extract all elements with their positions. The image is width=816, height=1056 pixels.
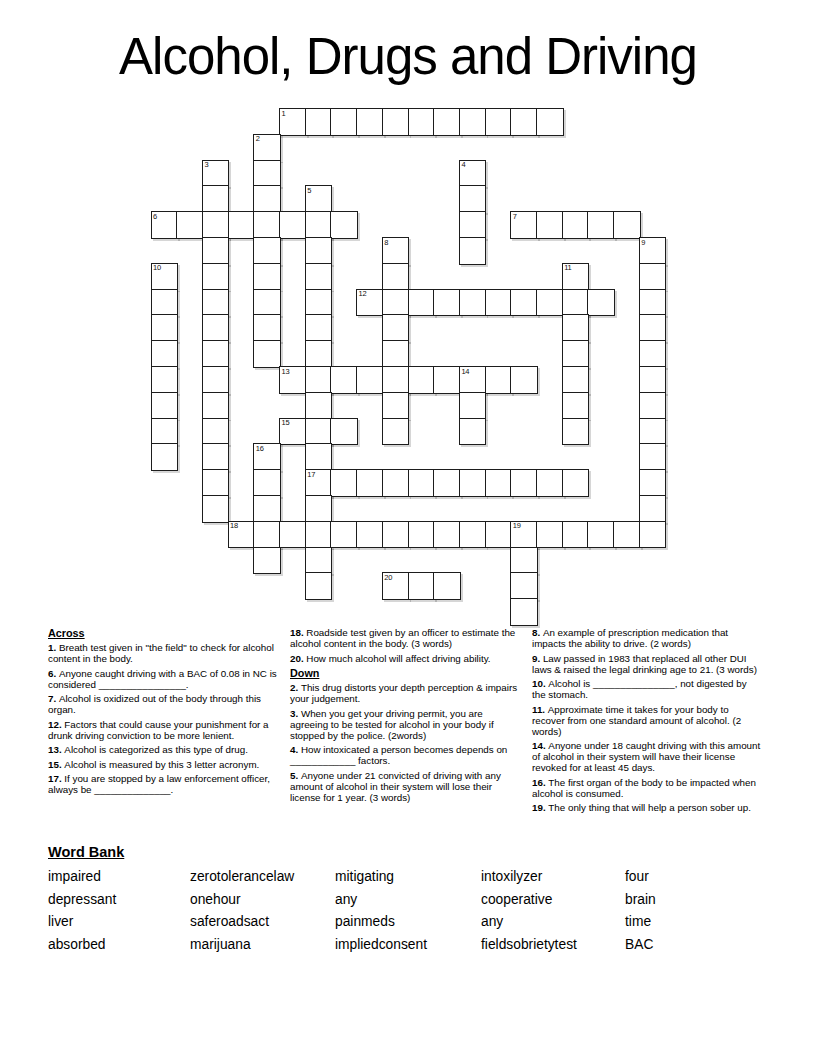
grid-cell-r16c4[interactable] (253, 521, 281, 549)
grid-cell-r6c6[interactable] (305, 263, 333, 291)
clue-10: 10. Alcohol is _______________, not dige… (532, 678, 762, 700)
grid-cell-r16c9[interactable] (382, 521, 410, 549)
crossword-page: Alcohol, Drugs and Driving 1234567891011… (0, 0, 816, 1056)
grid-cell-r16c19[interactable] (639, 521, 667, 549)
cell-number-6: 6 (153, 213, 157, 221)
cell-number-10: 10 (153, 264, 161, 272)
grid-cell-r15c4[interactable] (253, 495, 281, 523)
grid-cell-r18c11[interactable] (433, 572, 461, 600)
grid-cell-r7c12[interactable] (459, 289, 487, 317)
cell-number-11: 11 (564, 264, 571, 272)
grid-cell-r16c18[interactable] (613, 521, 641, 549)
word-bank-item-r3c1: marijuana (190, 936, 335, 953)
grid-cell-r13c0[interactable] (151, 443, 179, 471)
grid-cell-r10c6[interactable] (305, 366, 333, 394)
word-bank: Word Bank impairedzerotolerancelawmitiga… (48, 844, 735, 953)
clue-12: 12. Factors that could cause your punish… (48, 719, 286, 741)
grid-cell-r10c14[interactable] (510, 366, 538, 394)
grid-cell-r0c7[interactable] (330, 108, 358, 136)
grid-cell-r0c5[interactable]: 1 (279, 108, 307, 136)
grid-cell-r13c4[interactable]: 16 (253, 443, 281, 471)
cell-number-1: 1 (282, 110, 286, 118)
grid-cell-r16c14[interactable]: 19 (510, 521, 538, 549)
cell-number-3: 3 (204, 161, 208, 169)
clue-9: 9. Law passed in 1983 that replaced all … (532, 653, 762, 675)
clue-column-3: 8. An example of prescription medication… (532, 627, 762, 817)
grid-cell-r10c7[interactable] (330, 366, 358, 394)
grid-cell-r4c2[interactable] (202, 211, 230, 239)
puzzle-title: Alcohol, Drugs and Driving (0, 28, 816, 87)
cell-number-14: 14 (461, 368, 469, 376)
down-clue-list-continued: 8. An example of prescription medication… (532, 627, 762, 813)
grid-cell-r11c16[interactable] (562, 392, 590, 420)
grid-cell-r11c19[interactable] (639, 392, 667, 420)
word-bank-grid: impairedzerotolerancelawmitigatingintoxi… (48, 868, 735, 953)
grid-cell-r18c14[interactable] (510, 572, 538, 600)
grid-cell-r2c2[interactable]: 3 (202, 160, 230, 188)
cell-number-16: 16 (256, 445, 264, 453)
word-bank-header: Word Bank (48, 844, 735, 860)
grid-cell-r8c16[interactable] (562, 314, 590, 342)
grid-cell-r16c7[interactable] (330, 521, 358, 549)
clue-18: 18. Roadside test given by an officer to… (290, 627, 523, 649)
clue-6: 6. Anyone caught driving with a BAC of 0… (48, 668, 286, 690)
grid-cell-r2c12[interactable]: 4 (459, 160, 487, 188)
grid-cell-r16c5[interactable] (279, 521, 307, 549)
grid-cell-r16c12[interactable] (459, 521, 487, 549)
grid-cell-r0c13[interactable] (485, 108, 513, 136)
grid-cell-r7c10[interactable] (408, 289, 436, 317)
grid-cell-r6c9[interactable] (382, 263, 410, 291)
grid-cell-r10c9[interactable] (382, 366, 410, 394)
clue-2: 2. This drug distorts your depth percept… (290, 682, 523, 704)
grid-cell-r10c19[interactable] (639, 366, 667, 394)
grid-cell-r4c12[interactable] (459, 211, 487, 239)
cell-number-2: 2 (256, 135, 260, 143)
clue-19: 19. The only thing that will help a pers… (532, 802, 762, 813)
grid-cell-r14c15[interactable] (536, 469, 564, 497)
cell-number-13: 13 (282, 368, 290, 376)
grid-cell-r8c9[interactable] (382, 314, 410, 342)
grid-cell-r1c4[interactable]: 2 (253, 134, 281, 162)
grid-cell-r12c0[interactable] (151, 418, 179, 446)
grid-cell-r6c16[interactable]: 11 (562, 263, 590, 291)
word-bank-item-r3c4: BAC (625, 936, 735, 953)
grid-cell-r4c3[interactable] (228, 211, 256, 239)
grid-cell-r16c3[interactable]: 18 (228, 521, 256, 549)
grid-cell-r7c13[interactable] (485, 289, 513, 317)
grid-cell-r11c9[interactable] (382, 392, 410, 420)
grid-cell-r3c4[interactable] (253, 185, 281, 213)
grid-cell-r0c8[interactable] (356, 108, 384, 136)
cell-number-12: 12 (359, 290, 367, 298)
cell-number-18: 18 (230, 522, 238, 530)
clue-13: 13. Alcohol is categorized as this type … (48, 744, 286, 755)
cell-number-5: 5 (307, 187, 311, 195)
cell-number-4: 4 (461, 161, 465, 169)
word-bank-item-r2c3: any (481, 913, 625, 930)
down-header: Down (290, 667, 523, 679)
grid-cell-r16c16[interactable] (562, 521, 590, 549)
clue-20: 20. How much alcohol will affect driving… (290, 653, 523, 664)
grid-cell-r13c6[interactable] (305, 443, 333, 471)
grid-cell-r14c13[interactable] (485, 469, 513, 497)
grid-cell-r0c12[interactable] (459, 108, 487, 136)
grid-cell-r9c9[interactable] (382, 340, 410, 368)
grid-cell-r10c12[interactable]: 14 (459, 366, 487, 394)
clue-1: 1. Breath test given in "the field" to c… (48, 642, 286, 664)
word-bank-item-r0c0: impaired (48, 868, 190, 885)
clue-15: 15. Alcohol is measured by this 3 letter… (48, 759, 286, 770)
grid-cell-r17c6[interactable] (305, 547, 333, 575)
clue-column-1: Across 1. Breath test given in "the fiel… (48, 627, 286, 799)
word-bank-item-r2c2: painmeds (335, 913, 481, 930)
grid-cell-r11c0[interactable] (151, 392, 179, 420)
grid-cell-r7c14[interactable] (510, 289, 538, 317)
grid-cell-r15c19[interactable] (639, 495, 667, 523)
grid-cell-r4c16[interactable] (562, 211, 590, 239)
clue-14: 14. Anyone under 18 caught driving with … (532, 740, 762, 773)
grid-cell-r9c19[interactable] (639, 340, 667, 368)
grid-cell-r9c16[interactable] (562, 340, 590, 368)
grid-cell-r5c12[interactable] (459, 237, 487, 265)
grid-cell-r18c6[interactable] (305, 572, 333, 600)
grid-cell-r16c13[interactable] (485, 521, 513, 549)
grid-cell-r6c0[interactable]: 10 (151, 263, 179, 291)
grid-cell-r4c5[interactable] (279, 211, 307, 239)
word-bank-item-r1c3: cooperative (481, 891, 625, 908)
grid-cell-r18c10[interactable] (408, 572, 436, 600)
down-clue-list: 2. This drug distorts your depth percept… (290, 682, 523, 803)
grid-cell-r14c12[interactable] (459, 469, 487, 497)
grid-cell-r4c4[interactable] (253, 211, 281, 239)
grid-cell-r12c6[interactable] (305, 418, 333, 446)
across-clue-list: 1. Breath test given in "the field" to c… (48, 642, 286, 795)
grid-cell-r2c4[interactable] (253, 160, 281, 188)
clue-5: 5. Anyone under 21 convicted of driving … (290, 770, 523, 803)
grid-cell-r4c17[interactable] (587, 211, 615, 239)
across-clue-list-continued: 18. Roadside test given by an officer to… (290, 627, 523, 664)
grid-cell-r7c2[interactable] (202, 289, 230, 317)
grid-cell-r12c16[interactable] (562, 418, 590, 446)
grid-cell-r7c17[interactable] (587, 289, 615, 317)
grid-cell-r12c19[interactable] (639, 418, 667, 446)
grid-cell-r0c9[interactable] (382, 108, 410, 136)
grid-cell-r12c5[interactable]: 15 (279, 418, 307, 446)
grid-cell-r10c5[interactable]: 13 (279, 366, 307, 394)
grid-cell-r10c0[interactable] (151, 366, 179, 394)
grid-cell-r6c19[interactable] (639, 263, 667, 291)
grid-cell-r4c18[interactable] (613, 211, 641, 239)
grid-cell-r4c7[interactable] (330, 211, 358, 239)
grid-cell-r3c2[interactable] (202, 185, 230, 213)
grid-cell-r0c6[interactable] (305, 108, 333, 136)
grid-cell-r14c9[interactable] (382, 469, 410, 497)
grid-cell-r14c4[interactable] (253, 469, 281, 497)
grid-cell-r11c12[interactable] (459, 392, 487, 420)
cell-number-19: 19 (513, 522, 521, 530)
grid-cell-r0c10[interactable] (408, 108, 436, 136)
word-bank-item-r1c0: depressant (48, 891, 190, 908)
grid-cell-r9c6[interactable] (305, 340, 333, 368)
grid-cell-r7c8[interactable]: 12 (356, 289, 384, 317)
grid-cell-r14c8[interactable] (356, 469, 384, 497)
clue-8: 8. An example of prescription medication… (532, 627, 762, 649)
grid-cell-r16c8[interactable] (356, 521, 384, 549)
cell-number-7: 7 (513, 213, 517, 221)
grid-cell-r7c6[interactable] (305, 289, 333, 317)
word-bank-item-r3c3: fieldsobrietytest (481, 936, 625, 953)
grid-cell-r12c9[interactable] (382, 418, 410, 446)
word-bank-item-r2c4: time (625, 913, 735, 930)
clue-17: 17. If you are stopped by a law enforcem… (48, 773, 286, 795)
grid-cell-r0c15[interactable] (536, 108, 564, 136)
grid-cell-r7c15[interactable] (536, 289, 564, 317)
grid-cell-r14c14[interactable] (510, 469, 538, 497)
grid-cell-r0c14[interactable] (510, 108, 538, 136)
grid-cell-r3c6[interactable]: 5 (305, 185, 333, 213)
grid-cell-r16c6[interactable] (305, 521, 333, 549)
grid-cell-r14c6[interactable]: 17 (305, 469, 333, 497)
grid-cell-r8c0[interactable] (151, 314, 179, 342)
grid-cell-r6c2[interactable] (202, 263, 230, 291)
grid-cell-r4c14[interactable]: 7 (510, 211, 538, 239)
grid-cell-r5c19[interactable]: 9 (639, 237, 667, 265)
word-bank-item-r0c3: intoxilyzer (481, 868, 625, 885)
clue-4: 4. How intoxicated a person becomes depe… (290, 744, 523, 766)
grid-cell-r8c4[interactable] (253, 314, 281, 342)
grid-cell-r16c15[interactable] (536, 521, 564, 549)
clue-11: 11. Approximate time it takes for your b… (532, 704, 762, 737)
grid-cell-r19c14[interactable] (510, 598, 538, 626)
grid-cell-r10c2[interactable] (202, 366, 230, 394)
word-bank-item-r3c2: impliedconsent (335, 936, 481, 953)
grid-cell-r4c6[interactable] (305, 211, 333, 239)
clue-7: 7. Alcohol is oxidized out of the body t… (48, 693, 286, 715)
grid-cell-r5c6[interactable] (305, 237, 333, 265)
grid-cell-r7c19[interactable] (639, 289, 667, 317)
grid-cell-r0c11[interactable] (433, 108, 461, 136)
grid-cell-r13c19[interactable] (639, 443, 667, 471)
grid-cell-r7c4[interactable] (253, 289, 281, 317)
cell-number-15: 15 (282, 419, 290, 427)
grid-cell-r16c11[interactable] (433, 521, 461, 549)
grid-cell-r14c7[interactable] (330, 469, 358, 497)
grid-cell-r15c6[interactable] (305, 495, 333, 523)
grid-cell-r17c14[interactable] (510, 547, 538, 575)
grid-cell-r11c2[interactable] (202, 392, 230, 420)
grid-cell-r4c1[interactable] (176, 211, 204, 239)
grid-cell-r5c2[interactable] (202, 237, 230, 265)
word-bank-item-r0c2: mitigating (335, 868, 481, 885)
grid-cell-r10c8[interactable] (356, 366, 384, 394)
grid-cell-r6c4[interactable] (253, 263, 281, 291)
clue-16: 16. The first organ of the body to be im… (532, 777, 762, 799)
grid-cell-r11c6[interactable] (305, 392, 333, 420)
grid-cell-r7c0[interactable] (151, 289, 179, 317)
grid-cell-r15c2[interactable] (202, 495, 230, 523)
grid-cell-r10c10[interactable] (408, 366, 436, 394)
word-bank-item-r1c4: brain (625, 891, 735, 908)
grid-cell-r14c10[interactable] (408, 469, 436, 497)
grid-cell-r10c11[interactable] (433, 366, 461, 394)
grid-cell-r12c12[interactable] (459, 418, 487, 446)
clue-3: 3. When you get your driving permit, you… (290, 708, 523, 741)
word-bank-item-r1c2: any (335, 891, 481, 908)
grid-cell-r14c19[interactable] (639, 469, 667, 497)
cell-number-17: 17 (307, 471, 315, 479)
word-bank-item-r1c1: onehour (190, 891, 335, 908)
grid-cell-r9c0[interactable] (151, 340, 179, 368)
grid-cell-r14c11[interactable] (433, 469, 461, 497)
grid-cell-r4c15[interactable] (536, 211, 564, 239)
grid-cell-r10c16[interactable] (562, 366, 590, 394)
grid-cell-r12c7[interactable] (330, 418, 358, 446)
grid-cell-r16c10[interactable] (408, 521, 436, 549)
grid-cell-r13c2[interactable] (202, 443, 230, 471)
word-bank-item-r0c4: four (625, 868, 735, 885)
grid-cell-r9c2[interactable] (202, 340, 230, 368)
clue-column-2: 18. Roadside test given by an officer to… (290, 627, 523, 806)
grid-cell-r5c4[interactable] (253, 237, 281, 265)
grid-cell-r4c0[interactable]: 6 (151, 211, 179, 239)
word-bank-item-r3c0: absorbed (48, 936, 190, 953)
grid-cell-r17c4[interactable] (253, 547, 281, 575)
cell-number-8: 8 (384, 239, 388, 247)
grid-cell-r12c2[interactable] (202, 418, 230, 446)
grid-cell-r10c13[interactable] (485, 366, 513, 394)
grid-cell-r14c16[interactable] (562, 469, 590, 497)
grid-cell-r8c2[interactable] (202, 314, 230, 342)
word-bank-item-r0c1: zerotolerancelaw (190, 868, 335, 885)
grid-cell-r5c9[interactable]: 8 (382, 237, 410, 265)
grid-cell-r7c16[interactable] (562, 289, 590, 317)
grid-cell-r7c9[interactable] (382, 289, 410, 317)
grid-cell-r14c2[interactable] (202, 469, 230, 497)
across-header: Across (48, 627, 286, 639)
cell-number-20: 20 (384, 574, 392, 582)
word-bank-item-r2c0: liver (48, 913, 190, 930)
grid-cell-r8c6[interactable] (305, 314, 333, 342)
grid-cell-r7c11[interactable] (433, 289, 461, 317)
grid-cell-r8c19[interactable] (639, 314, 667, 342)
word-bank-item-r2c1: saferoadsact (190, 913, 335, 930)
grid-cell-r18c9[interactable]: 20 (382, 572, 410, 600)
grid-cell-r3c12[interactable] (459, 185, 487, 213)
grid-cell-r9c4[interactable] (253, 340, 281, 368)
cell-number-9: 9 (641, 239, 645, 247)
grid-cell-r16c17[interactable] (587, 521, 615, 549)
